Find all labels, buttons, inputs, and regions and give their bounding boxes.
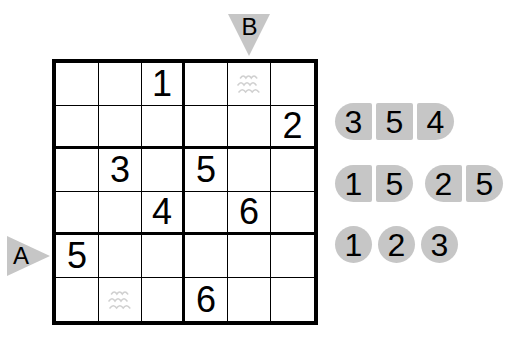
cell-r4c6[interactable]: [271, 192, 314, 235]
ship-submarine: 1: [335, 226, 372, 263]
cell-r5c4[interactable]: [185, 235, 228, 278]
marker-a-label: A: [13, 244, 29, 268]
given-digit: 5: [196, 152, 216, 188]
cell-r6c6[interactable]: [271, 278, 314, 321]
cell-r5c2[interactable]: [99, 235, 142, 278]
given-digit: 1: [152, 66, 172, 102]
marker-b-label: B: [241, 15, 257, 39]
fleet-legend: 3541525123: [335, 103, 503, 263]
ship-segment: 4: [417, 103, 454, 140]
cell-r5c5[interactable]: [228, 235, 271, 278]
cell-r5c6[interactable]: [271, 235, 314, 278]
ship-submarine: 2: [378, 226, 415, 263]
ship-destroyer: 15: [335, 165, 413, 202]
ship-submarine: 3: [421, 226, 458, 263]
cell-r3c4: 5: [185, 149, 228, 192]
given-digit: 5: [67, 238, 87, 274]
cell-r2c4[interactable]: [185, 106, 228, 149]
cell-r1c5: [228, 63, 271, 106]
cell-r1c2[interactable]: [99, 63, 142, 106]
sudoku-board: 12354656: [52, 59, 318, 325]
row-marker-a: A: [7, 236, 50, 276]
cell-r1c6[interactable]: [271, 63, 314, 106]
ship-segment: 1: [335, 165, 372, 202]
cell-r4c1[interactable]: [56, 192, 99, 235]
cell-r2c1[interactable]: [56, 106, 99, 149]
given-digit: 6: [196, 282, 216, 318]
cell-r4c2[interactable]: [99, 192, 142, 235]
given-digit: 3: [110, 152, 130, 188]
cell-r3c6[interactable]: [271, 149, 314, 192]
puzzle-page: 12354656 A B 3541525123: [0, 0, 517, 360]
column-marker-b: B: [228, 14, 271, 56]
cell-r3c2: 3: [99, 149, 142, 192]
cell-r3c5[interactable]: [228, 149, 271, 192]
cell-r1c3: 1: [142, 63, 185, 106]
cell-r4c3: 4: [142, 192, 185, 235]
ship-cruiser: 354: [335, 103, 454, 140]
ship-segment: 3: [421, 226, 458, 263]
cell-r2c2[interactable]: [99, 106, 142, 149]
cell-r5c3[interactable]: [142, 235, 185, 278]
given-digit: 4: [152, 194, 172, 230]
cell-r2c5[interactable]: [228, 106, 271, 149]
ship-segment: 2: [425, 165, 462, 202]
water-icon: [235, 72, 263, 96]
cell-r6c2: [99, 278, 142, 321]
cell-r6c4: 6: [185, 278, 228, 321]
cell-r1c4[interactable]: [185, 63, 228, 106]
ship-segment: 5: [376, 165, 413, 202]
ship-segment: 2: [378, 226, 415, 263]
fleet-row: 1525: [335, 165, 503, 202]
cell-r2c3[interactable]: [142, 106, 185, 149]
cell-r3c1[interactable]: [56, 149, 99, 192]
ship-segment: 5: [466, 165, 503, 202]
cell-r6c3[interactable]: [142, 278, 185, 321]
cell-r3c3[interactable]: [142, 149, 185, 192]
water-icon: [106, 288, 134, 312]
ship-segment: 5: [376, 103, 413, 140]
cell-r5c1: 5: [56, 235, 99, 278]
cell-r2c6: 2: [271, 106, 314, 149]
cell-r6c5[interactable]: [228, 278, 271, 321]
cell-r4c4[interactable]: [185, 192, 228, 235]
fleet-row: 354: [335, 103, 503, 140]
fleet-row: 123: [335, 226, 503, 263]
ship-segment: 1: [335, 226, 372, 263]
cell-r4c5: 6: [228, 192, 271, 235]
ship-destroyer: 25: [425, 165, 503, 202]
given-digit: 2: [282, 108, 302, 144]
cell-r6c1[interactable]: [56, 278, 99, 321]
given-digit: 6: [239, 194, 259, 230]
ship-segment: 3: [335, 103, 372, 140]
cell-r1c1[interactable]: [56, 63, 99, 106]
